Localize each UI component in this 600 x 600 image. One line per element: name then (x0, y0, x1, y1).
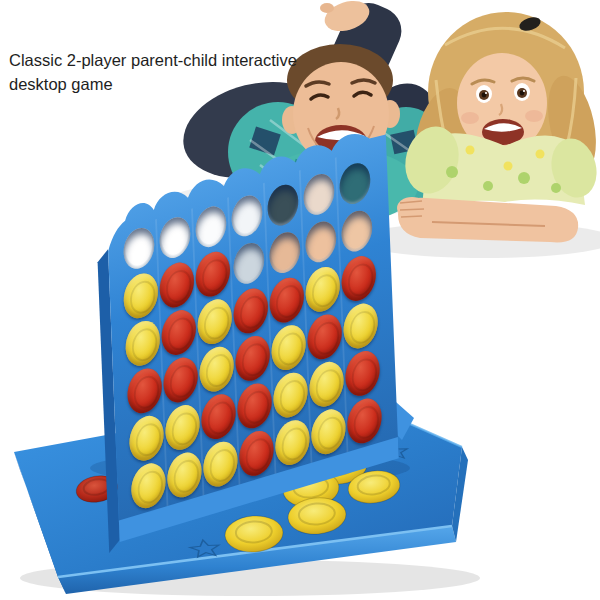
red-disc (341, 252, 377, 306)
girl-illustration (397, 12, 600, 242)
disc-emboss-ring (201, 256, 228, 295)
yellow-disc (166, 448, 202, 502)
disc-emboss-ring (351, 355, 378, 394)
disc-emboss-ring (347, 260, 374, 299)
red-disc (235, 331, 271, 385)
yellow-disc (130, 459, 166, 513)
red-disc (238, 426, 274, 480)
disc-emboss-ring (245, 435, 272, 474)
disc-emboss-ring (349, 308, 376, 347)
disc-emboss-ring (203, 303, 230, 342)
red-disc (195, 247, 231, 301)
red-disc (307, 310, 343, 364)
caption-line-2: desktop game (9, 72, 329, 96)
yellow-disc (197, 295, 233, 349)
disc-emboss-ring (171, 409, 198, 448)
disc-emboss-ring (279, 377, 306, 416)
girl-cheek-left (461, 112, 479, 124)
disc-emboss-ring (173, 457, 200, 496)
red-disc (233, 284, 269, 338)
disc-emboss-ring (241, 340, 268, 379)
yellow-disc (274, 416, 310, 470)
empty-hole (269, 228, 301, 277)
disc-emboss-ring (205, 351, 232, 390)
yellow-disc (165, 401, 201, 455)
empty-hole (159, 213, 191, 262)
girl-arms-folded (397, 197, 578, 242)
yellow-disc (123, 269, 159, 323)
red-disc (345, 347, 381, 401)
disc-emboss-ring (131, 325, 158, 364)
yellow-disc (129, 411, 165, 465)
empty-hole (267, 181, 299, 230)
red-disc (163, 353, 199, 407)
disc-emboss-ring (129, 278, 156, 317)
disc-emboss-ring (311, 271, 338, 310)
red-disc (237, 379, 273, 433)
disc-emboss-ring (137, 467, 164, 506)
red-disc (161, 306, 197, 360)
disc-emboss-ring (275, 282, 302, 321)
disc-emboss-ring (169, 362, 196, 401)
disc-emboss-ring (133, 372, 160, 411)
empty-hole (341, 207, 373, 256)
girl-cheek-right (525, 110, 543, 122)
disc-emboss-ring (277, 329, 304, 368)
empty-hole (195, 202, 227, 251)
disc-emboss-ring (243, 388, 270, 427)
empty-hole (233, 239, 265, 288)
red-disc (269, 273, 305, 327)
red-disc (201, 390, 237, 444)
disc-emboss-ring (165, 267, 192, 306)
yellow-disc (202, 437, 238, 491)
empty-hole (123, 224, 155, 273)
disc-emboss-ring (317, 413, 344, 452)
empty-hole (231, 191, 263, 240)
product-photo-page: { "game": "connect-four", "caption": { "… (0, 0, 600, 600)
disc-emboss-ring (167, 314, 194, 353)
connect-four-board (120, 154, 383, 514)
caption-line-1: Classic 2-player parent-child interactiv… (9, 48, 329, 72)
disc-emboss-ring (353, 403, 380, 442)
product-caption: Classic 2-player parent-child interactiv… (9, 48, 329, 96)
yellow-disc (309, 357, 345, 411)
disc-emboss-ring (315, 366, 342, 405)
disc-emboss-ring (209, 446, 236, 485)
red-disc (127, 364, 163, 418)
disc-emboss-ring (239, 293, 266, 332)
disc-emboss-ring (281, 424, 308, 463)
disc-emboss-ring (207, 398, 234, 437)
red-disc (346, 394, 382, 448)
yellow-disc (310, 405, 346, 459)
yellow-disc (305, 262, 341, 316)
disc-emboss-ring (135, 420, 162, 459)
yellow-disc (271, 321, 307, 375)
yellow-disc (199, 342, 235, 396)
yellow-disc (343, 299, 379, 353)
empty-hole (339, 159, 371, 208)
yellow-disc (273, 368, 309, 422)
red-disc (159, 258, 195, 312)
disc-emboss-ring (313, 318, 340, 357)
empty-hole (303, 170, 335, 219)
yellow-disc (125, 316, 161, 370)
empty-hole (305, 217, 337, 266)
